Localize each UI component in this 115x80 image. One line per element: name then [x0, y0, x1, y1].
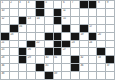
grid-cell-r1c11[interactable]: [97, 9, 105, 16]
grid-cell-r1c0[interactable]: 10: [1, 9, 9, 16]
grid-cell-r1c2[interactable]: [19, 9, 27, 16]
block-cell-r5c3: [27, 41, 35, 48]
grid-cell-r3c8[interactable]: [71, 25, 79, 32]
block-cell-r0c9: [80, 1, 88, 8]
grid-cell-r9c3[interactable]: [27, 72, 35, 79]
grid-cell-r6c0[interactable]: 25: [1, 48, 9, 55]
clue-number: 15: [63, 17, 66, 20]
clue-number: 9: [107, 1, 108, 4]
grid-cell-r7c4[interactable]: [36, 56, 44, 63]
block-cell-r8c8: [71, 64, 79, 71]
clue-number: 1: [2, 1, 3, 4]
grid-cell-r4c12[interactable]: [106, 33, 114, 40]
grid-cell-r8c1[interactable]: [10, 64, 18, 71]
grid-cell-r9c11[interactable]: [97, 72, 105, 79]
grid-cell-r8c7[interactable]: [62, 64, 70, 71]
grid-cell-r8c3[interactable]: [27, 64, 35, 71]
grid-cell-r3c3[interactable]: [27, 25, 35, 32]
grid-cell-r1c5[interactable]: [45, 9, 53, 16]
grid-cell-r9c9[interactable]: [80, 72, 88, 79]
clue-number: 13: [28, 17, 31, 20]
grid-cell-r9c7[interactable]: [62, 72, 70, 79]
grid-cell-r0c6[interactable]: [54, 1, 62, 8]
grid-cell-r9c8[interactable]: [71, 72, 79, 79]
clue-number: 6: [63, 1, 64, 4]
clue-number: 11: [63, 9, 66, 12]
grid-cell-r2c1[interactable]: [10, 17, 18, 24]
block-cell-r5c7: [62, 41, 70, 48]
block-cell-r6c11: [97, 48, 105, 55]
grid-cell-r0c11[interactable]: 8: [97, 1, 105, 8]
clue-number: 23: [72, 41, 75, 44]
grid-cell-r6c3[interactable]: 26: [27, 48, 35, 55]
grid-cell-r3c5[interactable]: [45, 25, 53, 32]
block-cell-r1c6: [54, 9, 62, 16]
grid-cell-r6c10[interactable]: [89, 48, 97, 55]
grid-cell-r7c3[interactable]: 29: [27, 56, 35, 63]
grid-cell-r6c1[interactable]: [10, 48, 18, 55]
block-cell-r0c4: [36, 1, 44, 8]
block-cell-r6c6: [54, 48, 62, 55]
clue-number: 22: [37, 41, 40, 44]
block-cell-r7c8: [71, 56, 79, 63]
block-cell-r6c2: [19, 48, 27, 55]
grid-cell-r2c3[interactable]: 13: [27, 17, 35, 24]
grid-cell-r2c12[interactable]: [106, 17, 114, 24]
grid-cell-r5c5[interactable]: [45, 41, 53, 48]
grid-cell-r4c1[interactable]: 18: [10, 33, 18, 40]
block-cell-r9c5: [45, 72, 53, 79]
grid-cell-r2c11[interactable]: [97, 17, 105, 24]
grid-cell-r2c9[interactable]: [80, 17, 88, 24]
clue-number: 29: [28, 56, 31, 59]
clue-number: 27: [63, 48, 66, 51]
grid-cell-r1c7[interactable]: 11: [62, 9, 70, 16]
clue-number: 7: [72, 1, 73, 4]
clue-number: 24: [89, 41, 92, 44]
block-cell-r4c10: [89, 33, 97, 40]
block-cell-r4c8: [71, 33, 79, 40]
grid-cell-r8c11[interactable]: [97, 64, 105, 71]
clue-number: 21: [2, 41, 5, 44]
grid-cell-r5c2[interactable]: [19, 41, 27, 48]
grid-cell-r8c9[interactable]: 36: [80, 64, 88, 71]
grid-cell-r6c4[interactable]: [36, 48, 44, 55]
grid-cell-r7c11[interactable]: 33: [97, 56, 105, 63]
grid-cell-r3c4[interactable]: [36, 25, 44, 32]
grid-cell-r5c9[interactable]: [80, 41, 88, 48]
grid-cell-r7c10[interactable]: [89, 56, 97, 63]
grid-cell-r6c9[interactable]: [80, 48, 88, 55]
clue-number: 17: [89, 25, 92, 28]
grid-cell-r9c0[interactable]: 38: [1, 72, 9, 79]
grid-cell-r1c10[interactable]: [89, 9, 97, 16]
clue-number: 19: [80, 33, 83, 36]
grid-cell-r4c11[interactable]: 20: [97, 33, 105, 40]
grid-cell-r3c12[interactable]: [106, 25, 114, 32]
clue-number: 10: [2, 9, 5, 12]
block-cell-r2c6: [54, 17, 62, 24]
grid-cell-r2c0[interactable]: 12: [1, 17, 9, 24]
grid-cell-r5c11[interactable]: [97, 41, 105, 48]
crossword-grid: 1234567891011121314151617181920212223242…: [0, 0, 115, 80]
grid-cell-r4c2[interactable]: [19, 33, 27, 40]
grid-cell-r6c8[interactable]: [71, 48, 79, 55]
block-cell-r3c7: [62, 25, 70, 32]
grid-cell-r0c5[interactable]: 5: [45, 1, 53, 8]
grid-cell-r7c5[interactable]: 30: [45, 56, 53, 63]
clue-number: 4: [28, 1, 29, 4]
grid-cell-r9c1[interactable]: [10, 72, 18, 79]
block-cell-r8c4: [36, 64, 44, 71]
grid-cell-r7c9[interactable]: 32: [80, 56, 88, 63]
grid-cell-r8c0[interactable]: 34: [1, 64, 9, 71]
block-cell-r3c1: [10, 25, 18, 32]
grid-cell-r1c12[interactable]: [106, 9, 114, 16]
grid-cell-r9c10[interactable]: [89, 72, 97, 79]
block-cell-r5c6: [54, 41, 62, 48]
grid-cell-r3c11[interactable]: [97, 25, 105, 32]
grid-cell-r3c0[interactable]: [1, 25, 9, 32]
grid-cell-r4c3[interactable]: [27, 33, 35, 40]
grid-cell-r5c10[interactable]: 24: [89, 41, 97, 48]
block-cell-r6c5: [45, 48, 53, 55]
clue-number: 3: [19, 1, 20, 4]
grid-cell-r5c8[interactable]: 23: [71, 41, 79, 48]
grid-cell-r0c2[interactable]: 3: [19, 1, 27, 8]
grid-cell-r7c7[interactable]: [62, 56, 70, 63]
grid-cell-r8c5[interactable]: 35: [45, 64, 53, 71]
grid-cell-r4c7[interactable]: [62, 33, 70, 40]
grid-cell-r7c6[interactable]: 31: [54, 56, 62, 63]
grid-cell-r1c3[interactable]: [27, 9, 35, 16]
grid-cell-r8c6[interactable]: [54, 64, 62, 71]
clue-number: 32: [80, 56, 83, 59]
block-cell-r1c4: [36, 9, 44, 16]
clue-number: 20: [98, 33, 101, 36]
grid-cell-r8c10[interactable]: [89, 64, 97, 71]
grid-cell-r0c1[interactable]: 2: [10, 1, 18, 8]
grid-cell-r0c12[interactable]: 9: [106, 1, 114, 8]
grid-cell-r8c2[interactable]: [19, 64, 27, 71]
clue-number: 31: [54, 56, 57, 59]
clue-number: 38: [2, 72, 5, 75]
grid-cell-r9c2[interactable]: [19, 72, 27, 79]
clue-number: 33: [98, 56, 101, 59]
grid-cell-r6c7[interactable]: 27: [62, 48, 70, 55]
grid-cell-r3c2[interactable]: 16: [19, 25, 27, 32]
clue-number: 35: [45, 64, 48, 67]
grid-cell-r2c4[interactable]: 14: [36, 17, 44, 24]
block-cell-r4c6: [54, 33, 62, 40]
grid-cell-r1c9[interactable]: [80, 9, 88, 16]
grid-cell-r1c1[interactable]: [10, 9, 18, 16]
clue-number: 37: [107, 64, 110, 67]
clue-number: 12: [2, 17, 5, 20]
block-cell-r7c12: [106, 56, 114, 63]
clue-number: 2: [10, 1, 11, 4]
grid-cell-r6c12[interactable]: [106, 48, 114, 55]
grid-cell-r5c1[interactable]: [10, 41, 18, 48]
grid-cell-r2c8[interactable]: [71, 17, 79, 24]
grid-cell-r7c0[interactable]: 28: [1, 56, 9, 63]
grid-cell-r2c5[interactable]: [45, 17, 53, 24]
grid-cell-r5c4[interactable]: 22: [36, 41, 44, 48]
grid-cell-r5c0[interactable]: 21: [1, 41, 9, 48]
block-cell-r3c9: [80, 25, 88, 32]
grid-cell-r1c8[interactable]: [71, 9, 79, 16]
block-cell-r2c2: [19, 17, 27, 24]
grid-cell-r4c4[interactable]: [36, 33, 44, 40]
grid-cell-r4c9[interactable]: 19: [80, 33, 88, 40]
grid-cell-r9c4[interactable]: [36, 72, 44, 79]
clue-number: 28: [2, 56, 5, 59]
grid-cell-r8c12[interactable]: 37: [106, 64, 114, 71]
grid-cell-r2c10[interactable]: [89, 17, 97, 24]
grid-cell-r7c1[interactable]: [10, 56, 18, 63]
clue-number: 39: [54, 72, 57, 75]
clue-number: 18: [10, 33, 13, 36]
grid-cell-r0c3[interactable]: 4: [27, 1, 35, 8]
grid-cell-r9c6[interactable]: 39: [54, 72, 62, 79]
clue-number: 8: [98, 1, 99, 4]
clue-number: 26: [28, 48, 31, 51]
clue-number: 14: [37, 17, 40, 20]
grid-cell-r5c12[interactable]: [106, 41, 114, 48]
clue-number: 5: [45, 1, 46, 4]
grid-cell-r9c12[interactable]: [106, 72, 114, 79]
grid-cell-r3c6[interactable]: [54, 25, 62, 32]
clue-number: 25: [2, 48, 5, 51]
clue-number: 16: [19, 25, 22, 28]
grid-cell-r0c7[interactable]: 6: [62, 1, 70, 8]
block-cell-r7c2: [19, 56, 27, 63]
clue-number: 34: [2, 64, 5, 67]
clue-number: 30: [45, 56, 48, 59]
clue-number: 36: [80, 64, 83, 67]
grid-cell-r0c8[interactable]: 7: [71, 1, 79, 8]
grid-cell-r2c7[interactable]: 15: [62, 17, 70, 24]
block-cell-r4c5: [45, 33, 53, 40]
grid-cell-r3c10[interactable]: 17: [89, 25, 97, 32]
grid-cell-r0c0[interactable]: 1: [1, 1, 9, 8]
block-cell-r0c10: [89, 1, 97, 8]
block-cell-r4c0: [1, 33, 9, 40]
